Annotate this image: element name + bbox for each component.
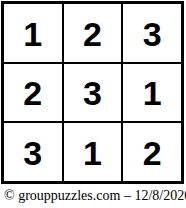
copyright-caption: © grouppuzzles.com – 12/8/2020 <box>4 188 186 204</box>
cell-r2c3: 1 <box>123 64 181 122</box>
cell-r3c3: 2 <box>123 123 181 181</box>
cell-r2c1: 2 <box>4 64 62 122</box>
cell-r3c1: 3 <box>4 123 62 181</box>
puzzle-page: 1 2 3 2 3 1 3 1 2 © grouppuzzles.com – 1… <box>0 0 186 208</box>
tictac-board: 1 2 3 2 3 1 3 1 2 <box>1 1 184 184</box>
cell-r1c2: 2 <box>64 4 122 62</box>
cell-r3c2: 1 <box>64 123 122 181</box>
cell-r1c3: 3 <box>123 4 181 62</box>
cell-r1c1: 1 <box>4 4 62 62</box>
cell-r2c2: 3 <box>64 64 122 122</box>
